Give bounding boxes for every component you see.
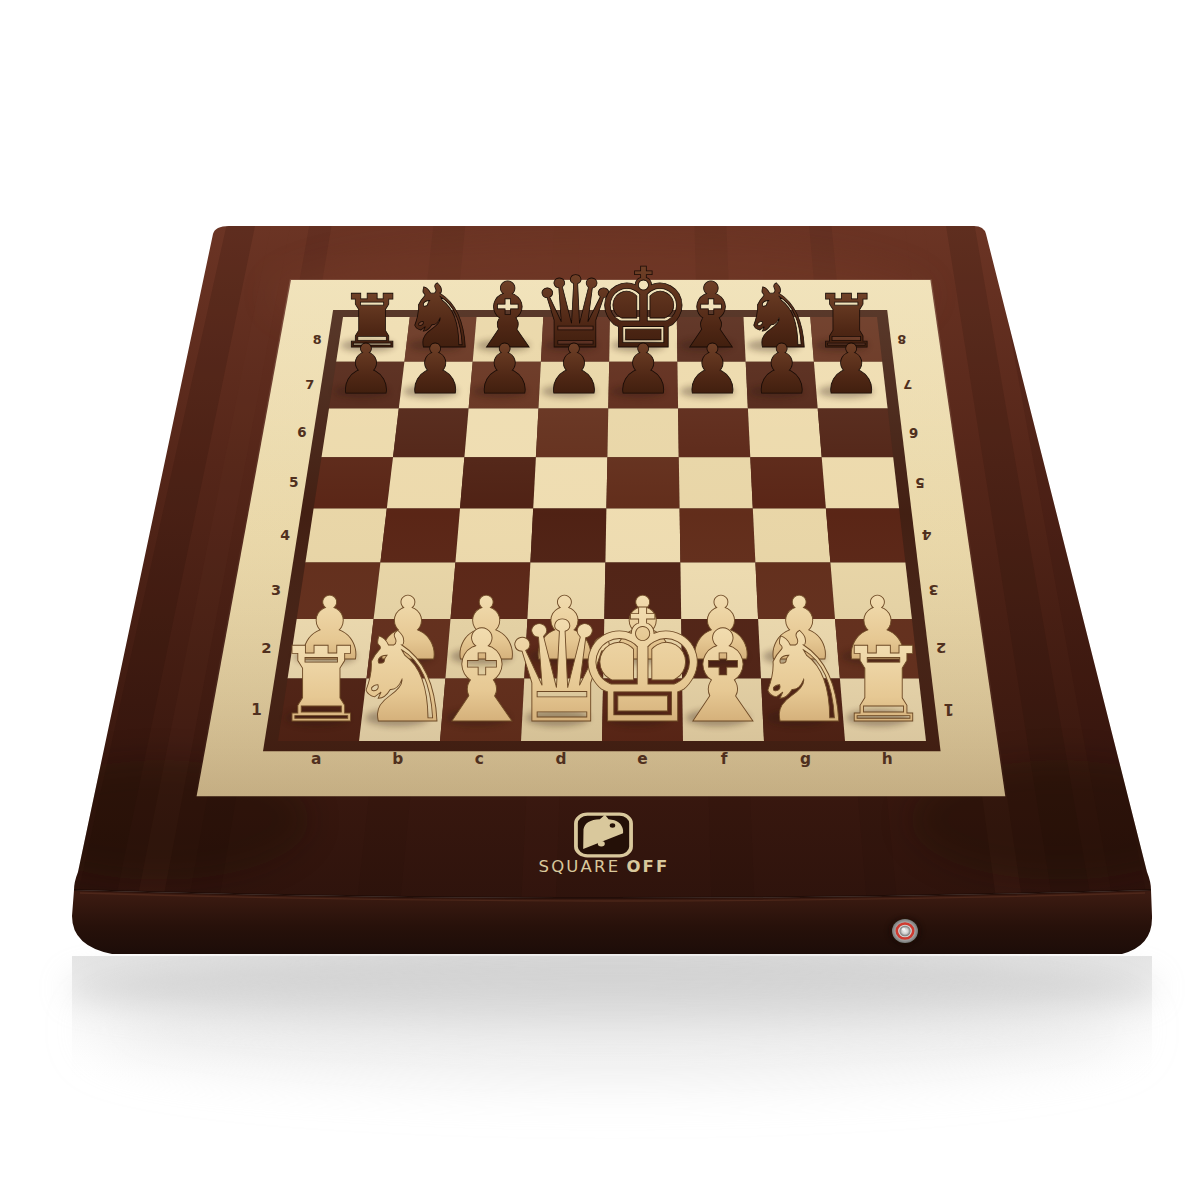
brand-off: OFF bbox=[626, 857, 669, 876]
rank-label-left-5: 5 bbox=[289, 474, 299, 490]
rank-label-left-7: 7 bbox=[305, 377, 314, 392]
square-c6 bbox=[464, 408, 538, 457]
file-label-f: f bbox=[721, 750, 728, 768]
square-e6 bbox=[607, 408, 678, 457]
square-b5 bbox=[387, 457, 465, 508]
square-d5 bbox=[533, 457, 607, 508]
square-g5 bbox=[750, 457, 826, 508]
product-photo: 8877665544332211abcdefghSQUAREOFF♜♞♝♛♚♝♞… bbox=[0, 0, 1200, 1200]
square-g6 bbox=[748, 408, 822, 457]
file-label-a: a bbox=[311, 750, 321, 768]
power-button-center bbox=[899, 926, 910, 936]
rank-label-right-4: 4 bbox=[922, 527, 932, 543]
square-c4 bbox=[455, 509, 533, 563]
square-h6 bbox=[818, 408, 894, 457]
rank-label-right-8: 8 bbox=[897, 332, 906, 347]
rank-label-left-6: 6 bbox=[297, 425, 306, 440]
file-label-b: b bbox=[392, 750, 403, 768]
brand-square: SQUARE bbox=[538, 857, 620, 876]
square-f6 bbox=[678, 408, 750, 457]
square-a5 bbox=[314, 457, 393, 508]
knight-head-icon bbox=[576, 814, 631, 856]
square-g4 bbox=[753, 509, 831, 563]
piece-black-pawn-a7[interactable]: ♟ bbox=[335, 329, 396, 409]
piece-black-pawn-g7[interactable]: ♟ bbox=[751, 329, 812, 409]
rank-label-left-8: 8 bbox=[313, 332, 322, 347]
square-a6 bbox=[322, 408, 399, 457]
rank-label-right-3: 3 bbox=[929, 582, 939, 598]
piece-black-pawn-h7[interactable]: ♟ bbox=[820, 329, 881, 409]
rank-label-left-3: 3 bbox=[271, 582, 281, 598]
square-d4 bbox=[530, 509, 606, 563]
box-front-face bbox=[72, 890, 1152, 954]
piece-black-pawn-b7[interactable]: ♟ bbox=[405, 329, 466, 409]
rank-label-right-2: 2 bbox=[936, 640, 946, 657]
piece-black-pawn-e7[interactable]: ♟ bbox=[612, 329, 673, 409]
file-label-g: g bbox=[800, 750, 811, 768]
rank-label-right-5: 5 bbox=[915, 475, 925, 491]
file-label-h: h bbox=[882, 750, 893, 768]
piece-black-pawn-d7[interactable]: ♟ bbox=[543, 329, 604, 409]
box-reflection bbox=[72, 956, 1152, 1086]
square-d6 bbox=[536, 408, 608, 457]
square-f4 bbox=[680, 509, 756, 563]
piece-black-pawn-c7[interactable]: ♟ bbox=[474, 329, 535, 409]
square-b4 bbox=[380, 509, 460, 563]
rank-label-right-7: 7 bbox=[903, 377, 912, 392]
rank-label-right-1: 1 bbox=[943, 700, 954, 718]
rank-label-left-4: 4 bbox=[280, 527, 290, 543]
rank-label-left-1: 1 bbox=[251, 701, 262, 719]
rank-label-right-6: 6 bbox=[909, 425, 918, 440]
file-label-c: c bbox=[475, 750, 484, 768]
square-c5 bbox=[460, 457, 536, 508]
board-photo-canvas: 8877665544332211abcdefghSQUAREOFF♜♞♝♛♚♝♞… bbox=[0, 0, 1200, 1200]
square-a4 bbox=[305, 509, 386, 563]
power-button[interactable] bbox=[891, 918, 920, 945]
square-h5 bbox=[822, 457, 899, 508]
square-e4 bbox=[605, 509, 680, 563]
brand-wordmark: SQUAREOFF bbox=[538, 857, 669, 876]
piece-white-rook-h1[interactable]: ♜ bbox=[837, 625, 930, 746]
square-h4 bbox=[826, 509, 906, 563]
square-b6 bbox=[393, 408, 469, 457]
rank-label-left-2: 2 bbox=[261, 639, 271, 656]
square-f5 bbox=[679, 457, 753, 508]
square-e5 bbox=[606, 457, 679, 508]
piece-black-pawn-f7[interactable]: ♟ bbox=[682, 329, 743, 409]
